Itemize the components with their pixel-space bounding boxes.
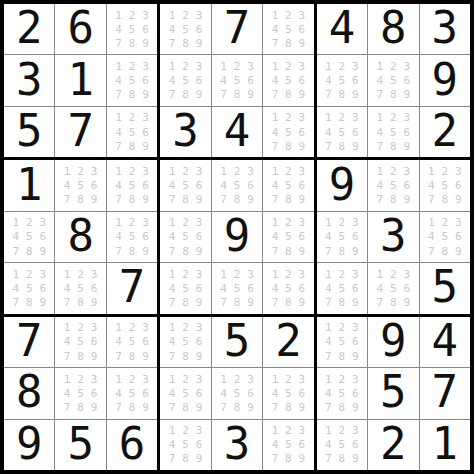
pencil-mark: 2 [335, 59, 348, 73]
pencil-marks: 123456789 [107, 160, 157, 210]
pencil-mark: 7 [165, 452, 178, 466]
given-digit: 3 [432, 6, 459, 52]
pencil-marks: 123456789 [107, 55, 157, 105]
cell-r8c4[interactable]: 123456789 [160, 368, 210, 418]
pencil-mark: 9 [36, 244, 49, 258]
pencil-mark: 9 [400, 88, 413, 102]
pencil-mark: 5 [179, 22, 192, 36]
pencil-marks: 123456789 [368, 160, 418, 210]
pencil-mark: 4 [60, 335, 73, 349]
pencil-mark: 9 [349, 349, 362, 363]
pencil-mark: 8 [125, 244, 138, 258]
cell-r3c9[interactable]: 2 [420, 107, 470, 157]
pencil-mark: 2 [125, 59, 138, 73]
cell-r8c6[interactable]: 123456789 [263, 368, 313, 418]
pencil-marks: 123456789 [368, 263, 418, 313]
pencil-mark: 4 [322, 281, 335, 295]
pencil-mark: 7 [322, 88, 335, 102]
cell-r4c9[interactable]: 123456789 [420, 160, 470, 210]
cell-r4c3[interactable]: 123456789 [107, 160, 157, 210]
pencil-mark: 9 [139, 36, 152, 50]
given-digit: 2 [275, 319, 302, 365]
cell-r6c5[interactable]: 123456789 [212, 263, 262, 313]
pencil-mark: 9 [349, 88, 362, 102]
pencil-mark: 2 [179, 59, 192, 73]
pencil-mark: 8 [179, 400, 192, 414]
pencil-mark: 7 [165, 88, 178, 102]
pencil-mark: 2 [282, 111, 295, 125]
pencil-mark: 7 [268, 452, 281, 466]
cell-r7c2[interactable]: 123456789 [55, 317, 105, 367]
cell-r9c4[interactable]: 123456789 [160, 420, 210, 470]
pencil-mark: 9 [139, 139, 152, 153]
pencil-mark: 3 [192, 321, 205, 335]
cell-r1c9[interactable]: 3 [420, 4, 470, 54]
pencil-mark: 5 [125, 230, 138, 244]
given-digit: 8 [16, 370, 43, 416]
cell-r3c7[interactable]: 123456789 [317, 107, 367, 157]
pencil-mark: 5 [387, 125, 400, 139]
pencil-mark: 9 [192, 88, 205, 102]
pencil-mark: 3 [192, 216, 205, 230]
cell-r2c7[interactable]: 123456789 [317, 55, 367, 105]
cell-r1c8[interactable]: 8 [368, 4, 418, 54]
pencil-marks: 123456789 [263, 55, 313, 105]
cell-r7c8[interactable]: 9 [368, 317, 418, 367]
pencil-mark: 1 [322, 424, 335, 438]
cell-r2c5[interactable]: 123456789 [212, 55, 262, 105]
pencil-mark: 5 [74, 335, 87, 349]
cell-r9c7[interactable]: 123456789 [317, 420, 367, 470]
cell-r1c3[interactable]: 123456789 [107, 4, 157, 54]
pencil-mark: 9 [192, 36, 205, 50]
pencil-mark: 7 [112, 400, 125, 414]
pencil-marks: 123456789 [263, 263, 313, 313]
pencil-mark: 2 [335, 111, 348, 125]
pencil-mark: 6 [349, 230, 362, 244]
pencil-mark: 6 [400, 74, 413, 88]
cell-r9c1[interactable]: 9 [4, 420, 54, 470]
pencil-mark: 3 [295, 59, 308, 73]
pencil-mark: 1 [425, 164, 438, 178]
pencil-mark: 6 [349, 386, 362, 400]
cell-r9c8[interactable]: 2 [368, 420, 418, 470]
pencil-mark: 6 [36, 230, 49, 244]
pencil-mark: 4 [112, 230, 125, 244]
pencil-mark: 1 [165, 59, 178, 73]
pencil-mark: 8 [335, 88, 348, 102]
given-digit: 1 [67, 58, 94, 104]
cell-r2c1[interactable]: 3 [4, 55, 54, 105]
pencil-mark: 8 [387, 139, 400, 153]
cell-r8c9[interactable]: 7 [420, 368, 470, 418]
cell-r3c6[interactable]: 123456789 [263, 107, 313, 157]
pencil-mark: 7 [268, 88, 281, 102]
pencil-mark: 1 [268, 424, 281, 438]
pencil-mark: 8 [22, 295, 35, 309]
cell-r2c4[interactable]: 123456789 [160, 55, 210, 105]
given-digit: 7 [67, 109, 94, 155]
given-digit: 8 [67, 214, 94, 260]
pencil-mark: 3 [139, 59, 152, 73]
cell-r7c1[interactable]: 7 [4, 317, 54, 367]
pencil-mark: 8 [179, 193, 192, 207]
pencil-mark: 4 [322, 386, 335, 400]
pencil-marks: 123456789 [107, 317, 157, 367]
pencil-mark: 4 [165, 178, 178, 192]
pencil-mark: 3 [244, 372, 257, 386]
cell-r8c1[interactable]: 8 [4, 368, 54, 418]
given-digit: 4 [329, 6, 356, 52]
pencil-mark: 5 [125, 22, 138, 36]
cell-r1c4[interactable]: 123456789 [160, 4, 210, 54]
pencil-mark: 9 [400, 295, 413, 309]
pencil-mark: 6 [87, 178, 100, 192]
cell-r8c7[interactable]: 123456789 [317, 368, 367, 418]
cell-r4c4[interactable]: 123456789 [160, 160, 210, 210]
pencil-mark: 3 [349, 424, 362, 438]
cell-r2c8[interactable]: 123456789 [368, 55, 418, 105]
pencil-marks: 123456789 [160, 420, 210, 470]
pencil-mark: 4 [322, 438, 335, 452]
cell-r1c6[interactable]: 123456789 [263, 4, 313, 54]
pencil-marks: 123456789 [263, 107, 313, 157]
pencil-mark: 4 [268, 230, 281, 244]
pencil-mark: 1 [217, 372, 230, 386]
pencil-mark: 1 [217, 59, 230, 73]
pencil-mark: 4 [217, 178, 230, 192]
pencil-marks: 123456789 [160, 368, 210, 418]
given-digit: 5 [16, 109, 43, 155]
cell-r9c2[interactable]: 5 [55, 420, 105, 470]
pencil-mark: 6 [244, 178, 257, 192]
cell-r8c2[interactable]: 123456789 [55, 368, 105, 418]
pencil-mark: 3 [295, 267, 308, 281]
pencil-mark: 3 [349, 321, 362, 335]
pencil-mark: 3 [139, 164, 152, 178]
given-digit: 9 [432, 58, 459, 104]
cell-r6c8[interactable]: 123456789 [368, 263, 418, 313]
pencil-mark: 6 [295, 22, 308, 36]
pencil-mark: 1 [322, 216, 335, 230]
pencil-mark: 4 [112, 22, 125, 36]
pencil-mark: 8 [335, 139, 348, 153]
pencil-marks: 123456789 [212, 160, 262, 210]
pencil-mark: 1 [373, 59, 386, 73]
pencil-mark: 7 [373, 193, 386, 207]
given-digit: 1 [432, 422, 459, 468]
pencil-mark: 1 [165, 164, 178, 178]
pencil-mark: 8 [179, 36, 192, 50]
pencil-mark: 2 [179, 216, 192, 230]
pencil-mark: 4 [268, 438, 281, 452]
pencil-mark: 8 [282, 295, 295, 309]
pencil-mark: 7 [373, 88, 386, 102]
cell-r5c7[interactable]: 123456789 [317, 212, 367, 262]
pencil-mark: 7 [425, 193, 438, 207]
pencil-mark: 1 [373, 164, 386, 178]
cell-r1c1[interactable]: 2 [4, 4, 54, 54]
cell-r8c5[interactable]: 123456789 [212, 368, 262, 418]
pencil-mark: 1 [165, 267, 178, 281]
pencil-mark: 7 [322, 139, 335, 153]
pencil-mark: 2 [22, 267, 35, 281]
pencil-mark: 8 [335, 400, 348, 414]
pencil-mark: 4 [268, 22, 281, 36]
pencil-mark: 1 [112, 8, 125, 22]
pencil-mark: 8 [282, 193, 295, 207]
cell-r9c9[interactable]: 1 [420, 420, 470, 470]
pencil-mark: 8 [125, 88, 138, 102]
cell-r2c9[interactable]: 9 [420, 55, 470, 105]
pencil-mark: 4 [60, 281, 73, 295]
pencil-mark: 2 [74, 321, 87, 335]
pencil-mark: 5 [230, 281, 243, 295]
pencil-mark: 2 [387, 267, 400, 281]
pencil-mark: 6 [192, 230, 205, 244]
pencil-mark: 8 [125, 139, 138, 153]
pencil-mark: 8 [387, 88, 400, 102]
pencil-mark: 8 [438, 244, 451, 258]
cell-r3c1[interactable]: 5 [4, 107, 54, 157]
pencil-mark: 2 [125, 321, 138, 335]
pencil-mark: 1 [217, 164, 230, 178]
pencil-mark: 9 [244, 400, 257, 414]
pencil-mark: 1 [165, 8, 178, 22]
pencil-mark: 7 [112, 139, 125, 153]
pencil-marks: 123456789 [317, 107, 367, 157]
cell-r9c6[interactable]: 123456789 [263, 420, 313, 470]
pencil-mark: 2 [179, 8, 192, 22]
cell-r5c1[interactable]: 123456789 [4, 212, 54, 262]
pencil-marks: 123456789 [263, 212, 313, 262]
pencil-mark: 5 [282, 438, 295, 452]
pencil-mark: 8 [230, 88, 243, 102]
pencil-mark: 1 [373, 267, 386, 281]
cell-r5c2[interactable]: 8 [55, 212, 105, 262]
cell-r3c3[interactable]: 123456789 [107, 107, 157, 157]
cell-r4c2[interactable]: 123456789 [55, 160, 105, 210]
pencil-mark: 4 [165, 74, 178, 88]
pencil-mark: 4 [268, 125, 281, 139]
pencil-mark: 3 [451, 164, 464, 178]
cell-r1c7[interactable]: 4 [317, 4, 367, 54]
cell-r6c1[interactable]: 123456789 [4, 263, 54, 313]
cell-r6c6[interactable]: 123456789 [263, 263, 313, 313]
pencil-mark: 2 [335, 372, 348, 386]
pencil-mark: 8 [335, 295, 348, 309]
pencil-mark: 4 [373, 178, 386, 192]
cell-r4c1[interactable]: 1 [4, 160, 54, 210]
pencil-marks: 123456789 [368, 107, 418, 157]
pencil-mark: 2 [282, 424, 295, 438]
pencil-mark: 3 [451, 216, 464, 230]
pencil-mark: 5 [179, 335, 192, 349]
pencil-mark: 7 [322, 244, 335, 258]
cell-r2c3[interactable]: 123456789 [107, 55, 157, 105]
pencil-mark: 7 [373, 139, 386, 153]
pencil-marks: 123456789 [107, 4, 157, 54]
pencil-mark: 5 [230, 74, 243, 88]
pencil-mark: 1 [9, 216, 22, 230]
pencil-mark: 1 [322, 321, 335, 335]
pencil-mark: 4 [60, 178, 73, 192]
pencil-mark: 6 [192, 178, 205, 192]
pencil-marks: 123456789 [368, 55, 418, 105]
pencil-mark: 9 [139, 349, 152, 363]
pencil-mark: 8 [230, 400, 243, 414]
pencil-mark: 9 [139, 193, 152, 207]
pencil-marks: 123456789 [317, 317, 367, 367]
pencil-mark: 7 [112, 88, 125, 102]
pencil-mark: 9 [87, 400, 100, 414]
pencil-mark: 6 [244, 281, 257, 295]
pencil-mark: 3 [139, 216, 152, 230]
pencil-mark: 1 [268, 59, 281, 73]
pencil-mark: 9 [349, 452, 362, 466]
pencil-mark: 7 [322, 400, 335, 414]
pencil-mark: 1 [60, 372, 73, 386]
pencil-marks: 123456789 [420, 160, 470, 210]
pencil-mark: 6 [139, 125, 152, 139]
pencil-mark: 4 [165, 438, 178, 452]
pencil-marks: 123456789 [317, 263, 367, 313]
pencil-mark: 6 [36, 281, 49, 295]
pencil-mark: 8 [179, 88, 192, 102]
cell-r2c2[interactable]: 1 [55, 55, 105, 105]
cell-r4c5[interactable]: 123456789 [212, 160, 262, 210]
given-digit: 9 [329, 163, 356, 209]
pencil-mark: 6 [400, 125, 413, 139]
pencil-mark: 9 [139, 88, 152, 102]
pencil-mark: 4 [112, 386, 125, 400]
pencil-mark: 4 [268, 281, 281, 295]
pencil-mark: 3 [295, 164, 308, 178]
cell-r6c2[interactable]: 123456789 [55, 263, 105, 313]
pencil-mark: 5 [438, 178, 451, 192]
pencil-mark: 6 [192, 386, 205, 400]
pencil-mark: 9 [139, 244, 152, 258]
cell-r7c5[interactable]: 5 [212, 317, 262, 367]
pencil-mark: 6 [451, 178, 464, 192]
pencil-mark: 8 [335, 244, 348, 258]
pencil-mark: 8 [74, 295, 87, 309]
pencil-mark: 2 [282, 59, 295, 73]
cell-r3c5[interactable]: 4 [212, 107, 262, 157]
pencil-mark: 3 [87, 372, 100, 386]
pencil-mark: 4 [268, 178, 281, 192]
pencil-mark: 5 [125, 125, 138, 139]
cell-r3c4[interactable]: 3 [160, 107, 210, 157]
pencil-mark: 7 [217, 400, 230, 414]
cell-r2c6[interactable]: 123456789 [263, 55, 313, 105]
pencil-mark: 7 [112, 349, 125, 363]
pencil-mark: 9 [192, 193, 205, 207]
cell-r4c7[interactable]: 9 [317, 160, 367, 210]
cell-r7c3[interactable]: 123456789 [107, 317, 157, 367]
cell-r6c4[interactable]: 123456789 [160, 263, 210, 313]
pencil-mark: 9 [295, 244, 308, 258]
cell-r8c8[interactable]: 5 [368, 368, 418, 418]
pencil-mark: 1 [322, 59, 335, 73]
cell-r5c6[interactable]: 123456789 [263, 212, 313, 262]
cell-r7c7[interactable]: 123456789 [317, 317, 367, 367]
pencil-mark: 1 [165, 321, 178, 335]
pencil-mark: 7 [322, 295, 335, 309]
cell-r8c3[interactable]: 123456789 [107, 368, 157, 418]
cell-r4c8[interactable]: 123456789 [368, 160, 418, 210]
cell-r7c6[interactable]: 2 [263, 317, 313, 367]
pencil-mark: 9 [87, 295, 100, 309]
pencil-mark: 7 [165, 349, 178, 363]
pencil-mark: 2 [125, 372, 138, 386]
pencil-mark: 5 [22, 281, 35, 295]
pencil-mark: 2 [335, 216, 348, 230]
pencil-mark: 7 [165, 244, 178, 258]
cell-r5c9[interactable]: 123456789 [420, 212, 470, 262]
cell-r7c4[interactable]: 123456789 [160, 317, 210, 367]
cell-r5c8[interactable]: 3 [368, 212, 418, 262]
cell-r4c6[interactable]: 123456789 [263, 160, 313, 210]
pencil-mark: 7 [112, 244, 125, 258]
pencil-mark: 5 [179, 74, 192, 88]
pencil-mark: 5 [335, 335, 348, 349]
cell-r3c8[interactable]: 123456789 [368, 107, 418, 157]
pencil-mark: 2 [438, 216, 451, 230]
cell-r9c3[interactable]: 6 [107, 420, 157, 470]
pencil-mark: 2 [125, 216, 138, 230]
pencil-mark: 3 [295, 424, 308, 438]
cell-r6c3[interactable]: 7 [107, 263, 157, 313]
cell-r5c4[interactable]: 123456789 [160, 212, 210, 262]
pencil-mark: 8 [282, 244, 295, 258]
pencil-mark: 2 [125, 8, 138, 22]
pencil-marks: 123456789 [160, 263, 210, 313]
pencil-mark: 8 [22, 244, 35, 258]
cell-r1c2[interactable]: 6 [55, 4, 105, 54]
cell-r3c2[interactable]: 7 [55, 107, 105, 157]
pencil-mark: 1 [268, 164, 281, 178]
pencil-mark: 1 [322, 111, 335, 125]
pencil-mark: 7 [217, 88, 230, 102]
pencil-mark: 3 [139, 321, 152, 335]
cell-r7c9[interactable]: 4 [420, 317, 470, 367]
given-digit: 2 [380, 422, 407, 468]
pencil-mark: 3 [349, 372, 362, 386]
pencil-mark: 1 [165, 424, 178, 438]
pencil-mark: 7 [60, 349, 73, 363]
pencil-mark: 8 [282, 400, 295, 414]
pencil-mark: 9 [87, 193, 100, 207]
pencil-mark: 2 [74, 164, 87, 178]
cell-r5c3[interactable]: 123456789 [107, 212, 157, 262]
cell-r6c7[interactable]: 123456789 [317, 263, 367, 313]
cell-r9c5[interactable]: 3 [212, 420, 262, 470]
pencil-mark: 6 [192, 281, 205, 295]
pencil-mark: 1 [268, 111, 281, 125]
pencil-mark: 2 [387, 164, 400, 178]
pencil-mark: 2 [179, 372, 192, 386]
pencil-mark: 2 [438, 164, 451, 178]
pencil-marks: 123456789 [4, 263, 54, 313]
pencil-mark: 9 [192, 349, 205, 363]
cell-r5c5[interactable]: 9 [212, 212, 262, 262]
pencil-marks: 123456789 [317, 368, 367, 418]
cell-r1c5[interactable]: 7 [212, 4, 262, 54]
pencil-marks: 123456789 [107, 107, 157, 157]
pencil-mark: 3 [295, 372, 308, 386]
cell-r6c9[interactable]: 5 [420, 263, 470, 313]
